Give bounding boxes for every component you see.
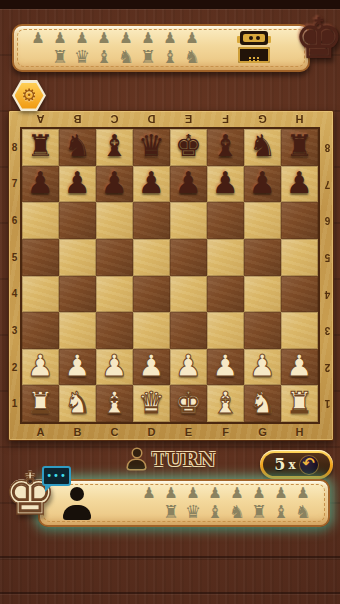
file-label-c: C [96, 424, 133, 440]
white-rook-h1[interactable]: ♜ [286, 388, 313, 418]
file-label-g: G [244, 111, 281, 127]
square-f1[interactable]: ♝ [207, 385, 244, 422]
square-d7[interactable]: ♟ [133, 166, 170, 203]
white-knight-b1[interactable]: ♞ [64, 388, 91, 418]
square-d1[interactable]: ♛ [133, 385, 170, 422]
black-rook-h8[interactable]: ♜ [286, 131, 313, 161]
square-a1[interactable]: ♜ [22, 385, 59, 422]
captured-slot-bishop: ♝ [93, 44, 115, 69]
black-pawn-c7[interactable]: ♟ [101, 168, 128, 198]
file-label-h: H [281, 424, 318, 440]
file-label-c: C [96, 111, 133, 127]
robot-head [240, 31, 268, 45]
captured-slot-knight: ♞ [115, 44, 137, 69]
black-king-e8[interactable]: ♚ [175, 131, 202, 161]
square-g1[interactable]: ♞ [244, 385, 281, 422]
black-pawn-d7[interactable]: ♟ [138, 168, 165, 198]
white-pawn-c2[interactable]: ♟ [101, 351, 128, 381]
rank-label-1: 1 [322, 385, 333, 422]
square-c1[interactable]: ♝ [96, 385, 133, 422]
square-a3[interactable] [22, 312, 59, 349]
square-d5[interactable] [133, 239, 170, 276]
square-c4[interactable] [96, 276, 133, 313]
square-a7[interactable]: ♟ [22, 166, 59, 203]
opponent-captured-piece-slots: ♜♛♝♞♜♝♞ [49, 44, 203, 69]
file-label-a: A [22, 111, 59, 127]
square-a8[interactable]: ♜ [22, 129, 59, 166]
person-icon-body [128, 460, 145, 469]
square-h1[interactable]: ♜ [281, 385, 318, 422]
file-labels-bottom: ABCDEFGH [22, 424, 318, 440]
white-bishop-f1[interactable]: ♝ [212, 388, 239, 418]
settings-hexagon: ⚙ [12, 80, 46, 111]
captured-slot-rook: ♜ [49, 44, 71, 69]
rank-label-8: 8 [9, 129, 20, 166]
captured-slot-bishop: ♝ [270, 499, 292, 524]
top-dark-strip [0, 0, 340, 9]
square-b3[interactable] [59, 312, 96, 349]
square-g4[interactable] [244, 276, 281, 313]
square-g2[interactable]: ♟ [244, 349, 281, 386]
square-b7[interactable]: ♟ [59, 166, 96, 203]
square-f8[interactable]: ♝ [207, 129, 244, 166]
rank-label-4: 4 [9, 276, 20, 313]
square-e1[interactable]: ♚ [170, 385, 207, 422]
rank-label-6: 6 [9, 202, 20, 239]
square-b6[interactable] [59, 202, 96, 239]
gear-icon: ⚙ [21, 87, 36, 104]
captured-slot-rook: ♜ [137, 44, 159, 69]
file-label-e: E [170, 424, 207, 440]
file-label-f: F [207, 111, 244, 127]
square-b1[interactable]: ♞ [59, 385, 96, 422]
file-label-b: B [59, 424, 96, 440]
settings-button[interactable]: ⚙ [12, 80, 46, 111]
square-a4[interactable] [22, 276, 59, 313]
black-rook-a8[interactable]: ♜ [27, 131, 54, 161]
square-a6[interactable] [22, 202, 59, 239]
white-queen-d1[interactable]: ♛ [138, 388, 165, 418]
turn-indicator: TURN [128, 446, 217, 472]
black-pawn-e7[interactable]: ♟ [175, 168, 202, 198]
square-e3[interactable] [170, 312, 207, 349]
captured-slot-queen: ♛ [71, 44, 93, 69]
chess-board: ABCDEFGH 87654321 ♜♞♝♛♚♝♞♜♟♟♟♟♟♟♟♟♟♟♟♟♟♟… [8, 110, 334, 441]
captured-slot-knight: ♞ [292, 499, 314, 524]
white-bishop-c1[interactable]: ♝ [101, 388, 128, 418]
undo-count: 5 [274, 455, 285, 474]
captured-slot-rook: ♜ [160, 499, 182, 524]
file-label-a: A [22, 424, 59, 440]
square-h4[interactable] [281, 276, 318, 313]
black-pawn-h7[interactable]: ♟ [286, 168, 313, 198]
square-h5[interactable] [281, 239, 318, 276]
file-label-d: D [133, 111, 170, 127]
rank-label-3: 3 [9, 312, 20, 349]
white-knight-g1[interactable]: ♞ [249, 388, 276, 418]
avatar-body [63, 505, 91, 520]
square-g3[interactable] [244, 312, 281, 349]
square-a2[interactable]: ♟ [22, 349, 59, 386]
square-f2[interactable]: ♟ [207, 349, 244, 386]
square-e2[interactable]: ♟ [170, 349, 207, 386]
square-e7[interactable]: ♟ [170, 166, 207, 203]
square-b8[interactable]: ♞ [59, 129, 96, 166]
undo-multiplier: x [288, 458, 295, 472]
rank-label-3: 3 [322, 312, 333, 349]
square-b2[interactable]: ♟ [59, 349, 96, 386]
board-inner-frame: ♜♞♝♛♚♝♞♜♟♟♟♟♟♟♟♟♟♟♟♟♟♟♟♟♜♞♝♛♚♝♞♜ [20, 127, 320, 424]
player-captured-piece-slots: ♜♛♝♞♜♝♞ [160, 499, 314, 524]
person-icon-head [133, 449, 141, 457]
square-d6[interactable] [133, 202, 170, 239]
square-b4[interactable] [59, 276, 96, 313]
captured-slot-bishop: ♝ [159, 44, 181, 69]
square-d3[interactable] [133, 312, 170, 349]
player-avatar-icon [62, 486, 92, 523]
captured-slot-queen: ♛ [182, 499, 204, 524]
file-label-e: E [170, 111, 207, 127]
captured-slot-pawn: ♟ [138, 483, 160, 503]
robot-icon [236, 29, 272, 69]
square-f6[interactable] [207, 202, 244, 239]
square-b5[interactable] [59, 239, 96, 276]
square-h6[interactable] [281, 202, 318, 239]
square-g7[interactable]: ♟ [244, 166, 281, 203]
captured-slot-rook: ♜ [248, 499, 270, 524]
undo-arrow-badge: ↶ [299, 455, 319, 475]
captured-slot-knight: ♞ [181, 44, 203, 69]
rank-label-2: 2 [9, 349, 20, 386]
avatar-head [70, 487, 84, 501]
opponent-tray: ♟♟♟♟♟♟♟♟ ♜♛♝♞♜♝♞ [12, 24, 310, 72]
rank-label-6: 6 [322, 202, 333, 239]
square-d4[interactable] [133, 276, 170, 313]
square-d2[interactable]: ♟ [133, 349, 170, 386]
file-label-b: B [59, 111, 96, 127]
rank-label-2: 2 [322, 349, 333, 386]
black-knight-b8[interactable]: ♞ [64, 131, 91, 161]
black-pawn-f7[interactable]: ♟ [212, 168, 239, 198]
white-pawn-b2[interactable]: ♟ [64, 351, 91, 381]
rank-label-5: 5 [9, 239, 20, 276]
white-pawn-a2[interactable]: ♟ [27, 351, 54, 381]
white-rook-a1[interactable]: ♜ [27, 388, 54, 418]
rank-label-7: 7 [322, 166, 333, 203]
black-bishop-f8[interactable]: ♝ [212, 131, 239, 161]
rank-label-7: 7 [9, 166, 20, 203]
undo-button[interactable]: 5 x ↶ [260, 450, 333, 479]
square-h3[interactable] [281, 312, 318, 349]
chat-dots: ••• [46, 471, 67, 481]
square-g5[interactable] [244, 239, 281, 276]
square-h8[interactable]: ♜ [281, 129, 318, 166]
file-labels-top: ABCDEFGH [22, 111, 318, 127]
white-pawn-e2[interactable]: ♟ [175, 351, 202, 381]
player-tray: ♟♟♟♟♟♟♟♟ ♜♛♝♞♜♝♞ [38, 479, 330, 527]
rank-labels-right: 87654321 [322, 129, 333, 422]
robot-body [238, 47, 270, 63]
white-pawn-g2[interactable]: ♟ [249, 351, 276, 381]
white-pawn-f2[interactable]: ♟ [212, 351, 239, 381]
captured-slot-bishop: ♝ [204, 499, 226, 524]
white-pawn-d2[interactable]: ♟ [138, 351, 165, 381]
captured-slot-pawn: ♟ [27, 28, 49, 48]
black-knight-g8[interactable]: ♞ [249, 131, 276, 161]
chat-bubble-button[interactable]: ••• [42, 466, 71, 486]
rank-label-8: 8 [322, 129, 333, 166]
undo-button-inner: 5 x ↶ [263, 453, 330, 476]
square-e6[interactable] [170, 202, 207, 239]
square-h7[interactable]: ♟ [281, 166, 318, 203]
square-c5[interactable] [96, 239, 133, 276]
square-h2[interactable]: ♟ [281, 349, 318, 386]
file-label-d: D [133, 424, 170, 440]
wood-plank-seam [0, 556, 340, 558]
dark-king-crown-icon: ♚ [294, 8, 340, 70]
wood-plank-seam [0, 592, 340, 594]
rank-label-5: 5 [322, 239, 333, 276]
square-c7[interactable]: ♟ [96, 166, 133, 203]
square-c3[interactable] [96, 312, 133, 349]
square-f4[interactable] [207, 276, 244, 313]
square-e8[interactable]: ♚ [170, 129, 207, 166]
captured-slot-knight: ♞ [226, 499, 248, 524]
file-label-f: F [207, 424, 244, 440]
game-screen: ♟♟♟♟♟♟♟♟ ♜♛♝♞♜♝♞ ♚ ⚙ ABCDEFGH 87654321 ♜… [0, 0, 340, 604]
file-label-h: H [281, 111, 318, 127]
turn-label: TURN [152, 449, 217, 470]
square-e4[interactable] [170, 276, 207, 313]
rank-labels-left: 87654321 [9, 129, 20, 422]
black-bishop-c8[interactable]: ♝ [101, 131, 128, 161]
black-pawn-b7[interactable]: ♟ [64, 168, 91, 198]
settings-hexagon-fill: ⚙ [15, 83, 44, 109]
black-pawn-a7[interactable]: ♟ [27, 168, 54, 198]
square-c2[interactable]: ♟ [96, 349, 133, 386]
square-f5[interactable] [207, 239, 244, 276]
board-squares: ♜♞♝♛♚♝♞♜♟♟♟♟♟♟♟♟♟♟♟♟♟♟♟♟♜♞♝♛♚♝♞♜ [22, 129, 318, 422]
rank-label-1: 1 [9, 385, 20, 422]
person-turn-icon [128, 449, 145, 469]
square-d8[interactable]: ♛ [133, 129, 170, 166]
file-label-g: G [244, 424, 281, 440]
square-a5[interactable] [22, 239, 59, 276]
square-g8[interactable]: ♞ [244, 129, 281, 166]
undo-arrow-icon: ↶ [302, 456, 315, 471]
square-g6[interactable] [244, 202, 281, 239]
square-f7[interactable]: ♟ [207, 166, 244, 203]
white-pawn-h2[interactable]: ♟ [286, 351, 313, 381]
square-f3[interactable] [207, 312, 244, 349]
square-c8[interactable]: ♝ [96, 129, 133, 166]
black-pawn-g7[interactable]: ♟ [249, 168, 276, 198]
square-e5[interactable] [170, 239, 207, 276]
square-c6[interactable] [96, 202, 133, 239]
black-queen-d8[interactable]: ♛ [138, 131, 165, 161]
white-king-e1[interactable]: ♚ [175, 388, 202, 418]
rank-label-4: 4 [322, 276, 333, 313]
